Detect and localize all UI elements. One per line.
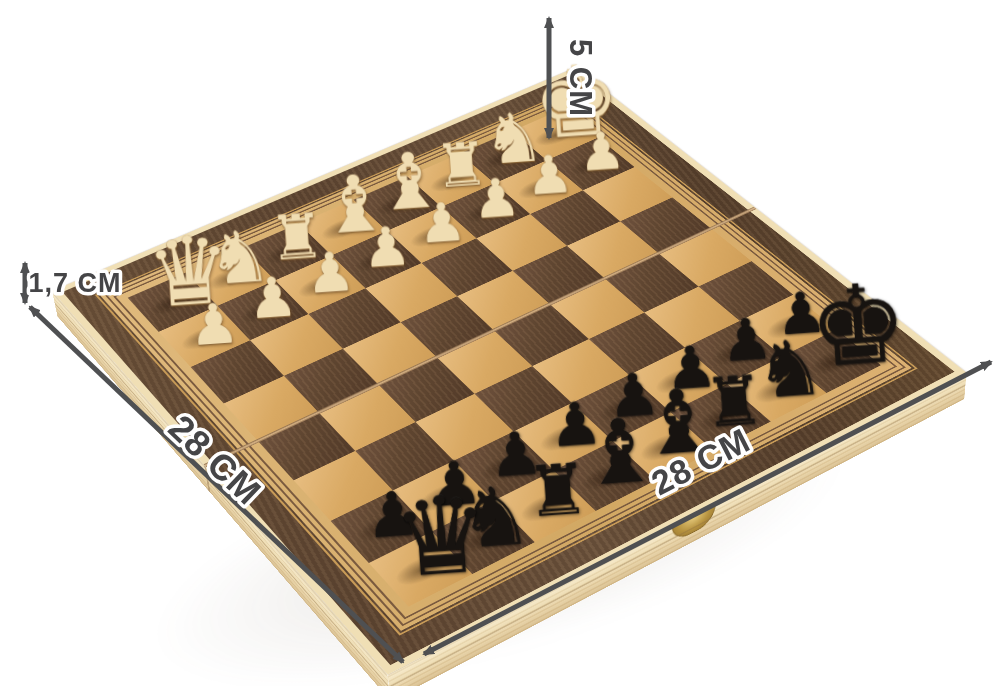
chess-board: ♛♞♜♝♝♜♞♚♟♟♟♟♟♟♟♟♟♟♟♟♟♟♟♟♛♞♜♝♝♜♞♚	[52, 67, 967, 674]
black-queen: ♛	[391, 491, 473, 587]
product-photo-stage: ♛♞♜♝♝♜♞♚♟♟♟♟♟♟♟♟♟♟♟♟♟♟♟♟♛♞♜♝♝♜♞♚ 5 CM	[0, 0, 1006, 686]
side-fold-seam	[204, 465, 210, 493]
scene-3d: ♛♞♜♝♝♜♞♚♟♟♟♟♟♟♟♟♟♟♟♟♟♟♟♟♛♞♜♝♝♜♞♚	[0, 0, 1006, 686]
